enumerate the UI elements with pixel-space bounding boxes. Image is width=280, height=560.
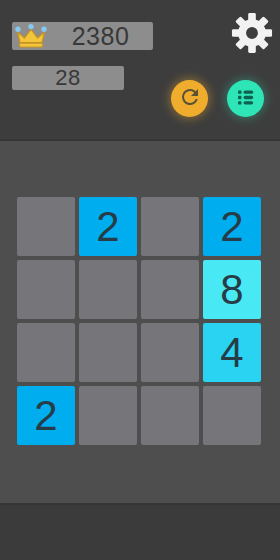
empty-cell xyxy=(79,260,137,319)
empty-cell xyxy=(141,260,199,319)
empty-cell xyxy=(79,386,137,445)
empty-cell xyxy=(17,197,75,256)
score-display: 2380 xyxy=(12,22,153,50)
empty-cell xyxy=(203,386,261,445)
header-bar: 2380 28 xyxy=(0,0,280,141)
restart-button[interactable] xyxy=(171,80,208,117)
tile-2: 2 xyxy=(79,197,137,256)
game-screen: 2380 28 xyxy=(0,0,280,560)
menu-button[interactable] xyxy=(227,80,264,117)
counter-value: 28 xyxy=(55,66,80,90)
score-value: 2380 xyxy=(48,22,153,50)
empty-cell xyxy=(141,197,199,256)
empty-cell xyxy=(141,323,199,382)
gear-icon xyxy=(231,12,273,57)
board-grid[interactable]: 22842 xyxy=(17,197,261,445)
refresh-icon xyxy=(178,85,202,112)
empty-cell xyxy=(79,323,137,382)
board-area: 22842 xyxy=(0,143,280,503)
empty-cell xyxy=(17,260,75,319)
settings-button[interactable] xyxy=(230,12,274,56)
footer-bar xyxy=(0,503,280,560)
tile-8: 8 xyxy=(203,260,261,319)
tile-2: 2 xyxy=(203,197,261,256)
list-icon xyxy=(234,86,257,112)
tile-2: 2 xyxy=(17,386,75,445)
counter-display: 28 xyxy=(12,66,124,90)
crown-icon xyxy=(14,23,48,49)
empty-cell xyxy=(141,386,199,445)
empty-cell xyxy=(17,323,75,382)
tile-4: 4 xyxy=(203,323,261,382)
